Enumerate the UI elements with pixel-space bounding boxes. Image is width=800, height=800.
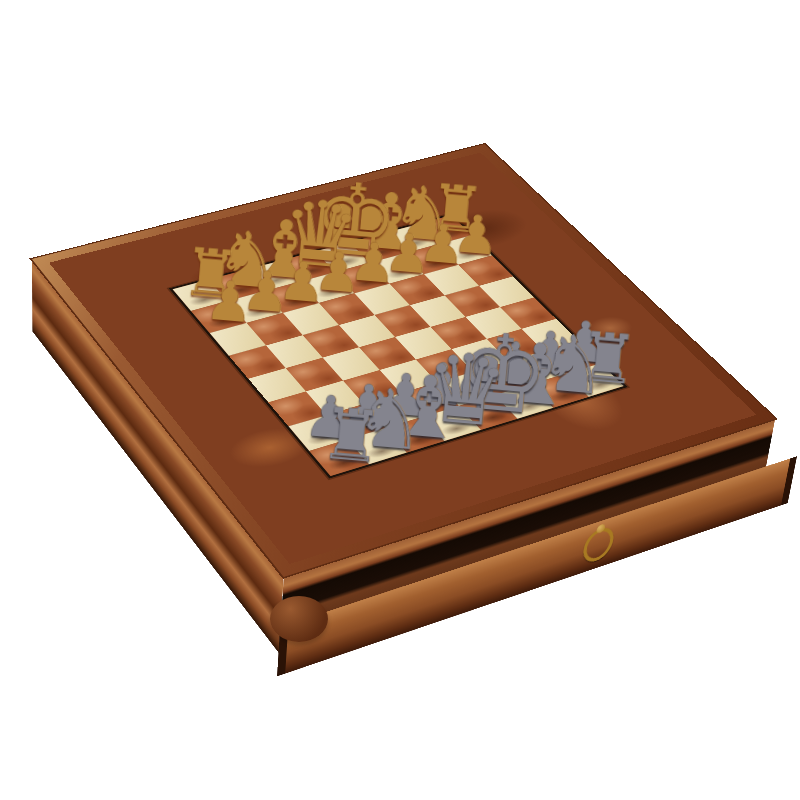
piece-black-king-e8[interactable]: ♚ — [309, 172, 401, 270]
square-h7[interactable]: ♟ — [438, 235, 492, 265]
square-h5[interactable] — [479, 276, 534, 307]
square-e8[interactable]: ♚ — [316, 242, 370, 272]
piece-black-pawn-b7[interactable]: ♟ — [241, 265, 292, 319]
case-plane: ♜♞♝♛♚♝♞♜♟♟♟♟♟♟♟♟♟♟♟♟♟♟♟♟♜♞♝♛♚♝♞♜ — [32, 144, 775, 577]
square-f8[interactable]: ♝ — [350, 233, 404, 263]
piece-black-queen-d8[interactable]: ♛ — [278, 190, 362, 279]
square-g8[interactable]: ♞ — [384, 224, 438, 253]
square-b6[interactable] — [247, 313, 303, 345]
case-top: ♜♞♝♛♚♝♞♜♟♟♟♟♟♟♟♟♟♟♟♟♟♟♟♟♜♞♝♛♚♝♞♜ — [32, 144, 775, 577]
piece-black-bishop-f8[interactable]: ♝ — [353, 183, 425, 260]
square-g7[interactable]: ♟ — [404, 244, 458, 274]
square-d8[interactable]: ♛ — [280, 251, 334, 281]
square-b7[interactable]: ♟ — [228, 291, 283, 323]
square-b8[interactable]: ♞ — [209, 270, 264, 301]
square-e7[interactable]: ♟ — [335, 263, 390, 294]
scene: ♜♞♝♛♚♝♞♜♟♟♟♟♟♟♟♟♟♟♟♟♟♟♟♟♜♞♝♛♚♝♞♜ — [0, 0, 800, 800]
bun-foot — [270, 596, 328, 642]
board-frame: ♜♞♝♛♚♝♞♜♟♟♟♟♟♟♟♟♟♟♟♟♟♟♟♟♜♞♝♛♚♝♞♜ — [173, 215, 624, 476]
square-e6[interactable] — [354, 284, 409, 315]
square-f6[interactable] — [390, 274, 445, 305]
square-a7[interactable]: ♟ — [191, 301, 247, 333]
piece-black-pawn-g7[interactable]: ♟ — [418, 218, 468, 271]
piece-black-pawn-a7[interactable]: ♟ — [204, 275, 255, 330]
piece-white-pawn-h2[interactable]: ♟ — [559, 315, 611, 370]
square-c8[interactable]: ♝ — [245, 261, 300, 292]
square-h2[interactable]: ♟ — [544, 341, 601, 374]
piece-black-rook-a8[interactable]: ♜ — [180, 242, 242, 308]
square-d6[interactable] — [319, 293, 375, 325]
piece-black-bishop-c8[interactable]: ♝ — [247, 210, 321, 288]
piece-black-rook-h8[interactable]: ♜ — [427, 178, 486, 241]
square-f5[interactable] — [410, 295, 466, 327]
square-g6[interactable] — [424, 265, 479, 296]
piece-black-knight-g8[interactable]: ♞ — [389, 178, 457, 250]
square-a8[interactable]: ♜ — [173, 280, 228, 311]
piece-black-pawn-d7[interactable]: ♟ — [313, 246, 364, 299]
square-f4[interactable] — [430, 317, 486, 349]
piece-black-pawn-f7[interactable]: ♟ — [383, 227, 433, 280]
square-d7[interactable]: ♟ — [300, 272, 355, 303]
square-g2[interactable]: ♟ — [509, 351, 566, 384]
piece-black-pawn-e7[interactable]: ♟ — [348, 236, 398, 289]
square-e5[interactable] — [375, 305, 431, 337]
drawer-ring-pull[interactable] — [581, 524, 615, 566]
piece-black-pawn-h7[interactable]: ♟ — [452, 209, 501, 261]
piece-black-pawn-c7[interactable]: ♟ — [277, 255, 328, 309]
square-d5[interactable] — [339, 315, 395, 347]
square-f7[interactable]: ♟ — [370, 253, 424, 283]
chessboard[interactable]: ♜♞♝♛♚♝♞♜♟♟♟♟♟♟♟♟♟♟♟♟♟♟♟♟♜♞♝♛♚♝♞♜ — [173, 215, 624, 476]
piece-black-knight-b8[interactable]: ♞ — [213, 223, 284, 298]
square-g5[interactable] — [445, 286, 500, 317]
square-h4[interactable] — [500, 297, 556, 328]
square-h6[interactable] — [458, 256, 513, 286]
square-g4[interactable] — [466, 307, 522, 339]
product-photo: ♜♞♝♛♚♝♞♜♟♟♟♟♟♟♟♟♟♟♟♟♟♟♟♟♜♞♝♛♚♝♞♜ — [0, 0, 800, 800]
square-h3[interactable] — [522, 319, 578, 351]
square-c7[interactable]: ♟ — [264, 282, 319, 313]
square-h8[interactable]: ♜ — [418, 215, 471, 244]
